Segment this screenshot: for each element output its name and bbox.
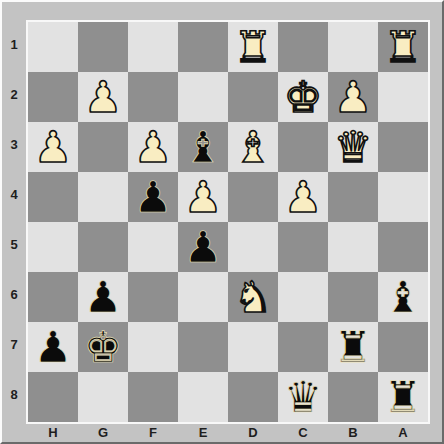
square-b4[interactable] bbox=[328, 172, 378, 222]
square-a2[interactable] bbox=[378, 72, 428, 122]
white-pawn-g2-icon[interactable]: ♟ bbox=[84, 72, 123, 122]
square-h6[interactable] bbox=[28, 272, 78, 322]
file-label-b: B bbox=[328, 424, 378, 442]
black-bishop-e3-icon[interactable]: ♝ bbox=[184, 122, 223, 172]
square-c7[interactable] bbox=[278, 322, 328, 372]
square-c8[interactable]: ♛ bbox=[278, 372, 328, 422]
black-pawn-g6-icon[interactable]: ♟ bbox=[84, 272, 123, 322]
rank-label-1: 1 bbox=[3, 20, 25, 70]
square-e8[interactable] bbox=[178, 372, 228, 422]
file-label-c: C bbox=[278, 424, 328, 442]
square-d7[interactable] bbox=[228, 322, 278, 372]
square-c5[interactable] bbox=[278, 222, 328, 272]
square-b5[interactable] bbox=[328, 222, 378, 272]
rank-label-6: 6 bbox=[3, 270, 25, 320]
file-label-h: H bbox=[28, 424, 78, 442]
square-d8[interactable] bbox=[228, 372, 278, 422]
file-label-e: E bbox=[178, 424, 228, 442]
rank-label-2: 2 bbox=[3, 70, 25, 120]
rank-label-7: 7 bbox=[3, 320, 25, 370]
square-g1[interactable] bbox=[78, 22, 128, 72]
square-d3[interactable]: ♝ bbox=[228, 122, 278, 172]
file-label-a: A bbox=[378, 424, 428, 442]
square-g6[interactable]: ♟ bbox=[78, 272, 128, 322]
square-f2[interactable] bbox=[128, 72, 178, 122]
square-d5[interactable] bbox=[228, 222, 278, 272]
square-e1[interactable] bbox=[178, 22, 228, 72]
square-g4[interactable] bbox=[78, 172, 128, 222]
square-c2[interactable]: ♚ bbox=[278, 72, 328, 122]
white-rook-a1-icon[interactable]: ♜ bbox=[384, 22, 423, 72]
square-a7[interactable] bbox=[378, 322, 428, 372]
square-b6[interactable] bbox=[328, 272, 378, 322]
square-h2[interactable] bbox=[28, 72, 78, 122]
white-queen-b3-icon[interactable]: ♛ bbox=[334, 122, 373, 172]
square-e3[interactable]: ♝ bbox=[178, 122, 228, 172]
square-h4[interactable] bbox=[28, 172, 78, 222]
square-c6[interactable] bbox=[278, 272, 328, 322]
square-c3[interactable] bbox=[278, 122, 328, 172]
square-d1[interactable]: ♜ bbox=[228, 22, 278, 72]
white-pawn-e4-icon[interactable]: ♟ bbox=[184, 172, 223, 222]
square-a5[interactable] bbox=[378, 222, 428, 272]
square-c1[interactable] bbox=[278, 22, 328, 72]
square-e6[interactable] bbox=[178, 272, 228, 322]
square-f7[interactable] bbox=[128, 322, 178, 372]
black-rook-a8-icon[interactable]: ♜ bbox=[384, 372, 423, 422]
square-f8[interactable] bbox=[128, 372, 178, 422]
square-a4[interactable] bbox=[378, 172, 428, 222]
rank-label-3: 3 bbox=[3, 120, 25, 170]
square-b2[interactable]: ♟ bbox=[328, 72, 378, 122]
rank-label-4: 4 bbox=[3, 170, 25, 220]
white-pawn-b2-icon[interactable]: ♟ bbox=[334, 72, 373, 122]
square-g5[interactable] bbox=[78, 222, 128, 272]
rank-label-8: 8 bbox=[3, 370, 25, 420]
square-e2[interactable] bbox=[178, 72, 228, 122]
board-frame: ♜♜♟♚♟♟♟♝♝♛♟♟♟♟♟♞♝♟♚♜♛♜ bbox=[26, 20, 430, 424]
square-g8[interactable] bbox=[78, 372, 128, 422]
black-pawn-h7-icon[interactable]: ♟ bbox=[34, 322, 73, 372]
square-a3[interactable] bbox=[378, 122, 428, 172]
black-queen-c8-icon[interactable]: ♛ bbox=[284, 372, 323, 422]
square-f5[interactable] bbox=[128, 222, 178, 272]
square-h8[interactable] bbox=[28, 372, 78, 422]
square-h7[interactable]: ♟ bbox=[28, 322, 78, 372]
black-king-g7-icon[interactable]: ♚ bbox=[84, 322, 123, 372]
square-c4[interactable]: ♟ bbox=[278, 172, 328, 222]
square-e7[interactable] bbox=[178, 322, 228, 372]
square-a1[interactable]: ♜ bbox=[378, 22, 428, 72]
square-f4[interactable]: ♟ bbox=[128, 172, 178, 222]
square-h5[interactable] bbox=[28, 222, 78, 272]
square-d6[interactable]: ♞ bbox=[228, 272, 278, 322]
white-pawn-f3-icon[interactable]: ♟ bbox=[134, 122, 173, 172]
file-label-g: G bbox=[78, 424, 128, 442]
white-king-c2-icon[interactable]: ♚ bbox=[284, 72, 323, 122]
square-g7[interactable]: ♚ bbox=[78, 322, 128, 372]
square-a6[interactable]: ♝ bbox=[378, 272, 428, 322]
white-knight-d6-icon[interactable]: ♞ bbox=[234, 272, 273, 322]
square-b7[interactable]: ♜ bbox=[328, 322, 378, 372]
square-f1[interactable] bbox=[128, 22, 178, 72]
black-pawn-e5-icon[interactable]: ♟ bbox=[184, 222, 223, 272]
white-pawn-h3-icon[interactable]: ♟ bbox=[34, 122, 73, 172]
file-label-f: F bbox=[128, 424, 178, 442]
square-h1[interactable] bbox=[28, 22, 78, 72]
file-label-d: D bbox=[228, 424, 278, 442]
square-f6[interactable] bbox=[128, 272, 178, 322]
black-rook-b7-icon[interactable]: ♜ bbox=[334, 322, 373, 372]
white-pawn-c4-icon[interactable]: ♟ bbox=[284, 172, 323, 222]
white-bishop-d3-icon[interactable]: ♝ bbox=[234, 122, 273, 172]
square-g3[interactable] bbox=[78, 122, 128, 172]
square-f3[interactable]: ♟ bbox=[128, 122, 178, 172]
square-e5[interactable]: ♟ bbox=[178, 222, 228, 272]
square-e4[interactable]: ♟ bbox=[178, 172, 228, 222]
square-h3[interactable]: ♟ bbox=[28, 122, 78, 172]
chess-diagram: ♜♜♟♚♟♟♟♝♝♛♟♟♟♟♟♞♝♟♚♜♛♜ 12345678HGFEDCBA bbox=[0, 0, 444, 444]
white-rook-d1-icon[interactable]: ♜ bbox=[234, 22, 273, 72]
square-d2[interactable] bbox=[228, 72, 278, 122]
square-b1[interactable] bbox=[328, 22, 378, 72]
square-a8[interactable]: ♜ bbox=[378, 372, 428, 422]
board-grid: ♜♜♟♚♟♟♟♝♝♛♟♟♟♟♟♞♝♟♚♜♛♜ bbox=[28, 22, 428, 422]
square-b8[interactable] bbox=[328, 372, 378, 422]
rank-label-5: 5 bbox=[3, 220, 25, 270]
square-b3[interactable]: ♛ bbox=[328, 122, 378, 172]
black-pawn-f4-icon[interactable]: ♟ bbox=[134, 172, 173, 222]
square-d4[interactable] bbox=[228, 172, 278, 222]
black-bishop-a6-icon[interactable]: ♝ bbox=[384, 272, 423, 322]
square-g2[interactable]: ♟ bbox=[78, 72, 128, 122]
